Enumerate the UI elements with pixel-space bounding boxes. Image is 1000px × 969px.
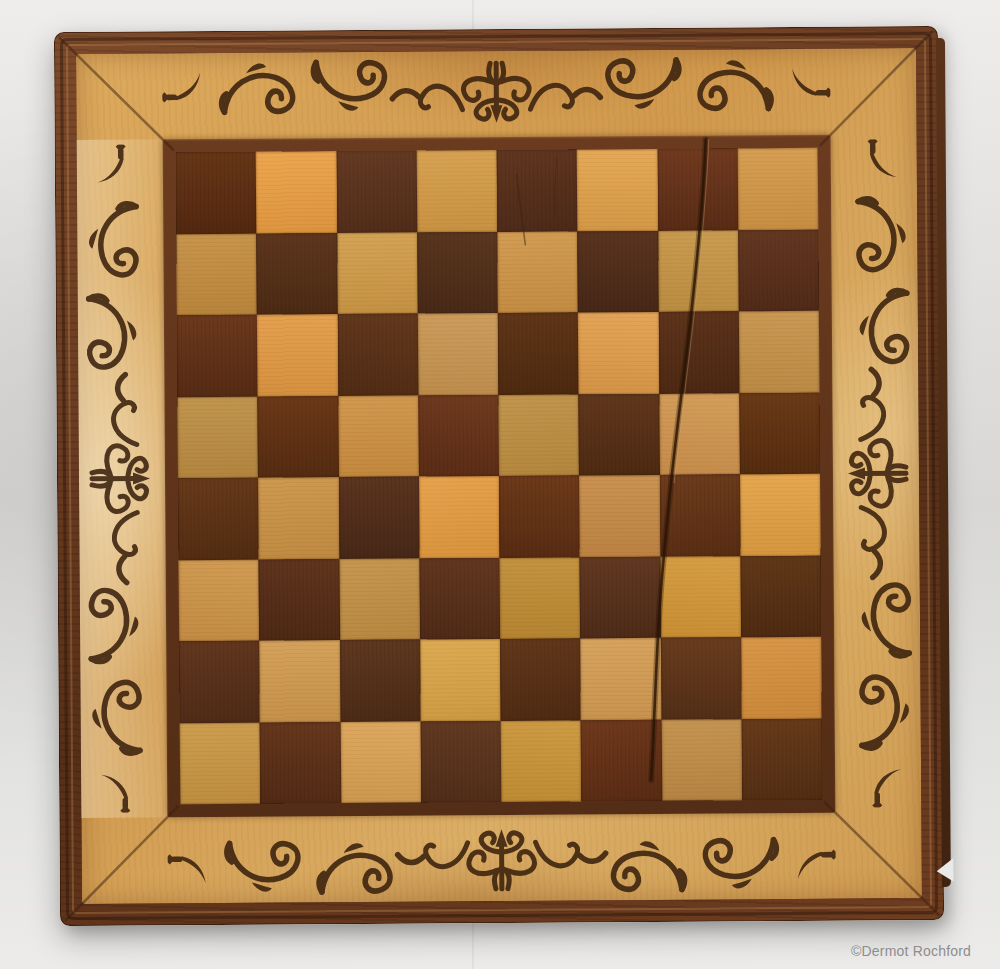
square-r5-c6 [579,475,660,557]
square-r4-c7 [659,393,740,475]
square-r5-c2 [258,477,339,559]
square-r4-c2 [258,396,339,478]
square-r8-c7 [661,719,742,801]
square-r7-c7 [661,637,742,719]
square-r6-c5 [500,557,581,639]
square-r3-c3 [337,314,418,396]
chess-board [54,26,944,926]
square-r2-c3 [337,232,418,314]
square-r3-c8 [739,311,820,393]
board-side-edge [936,38,951,887]
square-r2-c4 [417,232,498,314]
square-r1-c7 [657,148,738,230]
square-r3-c5 [498,312,579,394]
square-r4-c6 [579,393,660,475]
square-r4-c1 [177,396,258,478]
square-r6-c3 [339,558,420,640]
square-r8-c8 [741,718,822,800]
square-r6-c8 [740,555,821,637]
square-r5-c1 [178,478,259,560]
square-r5-c5 [499,475,580,557]
square-r6-c6 [580,556,661,638]
square-r1-c2 [256,151,337,233]
square-r7-c3 [340,640,421,722]
square-r7-c8 [741,637,822,719]
square-r4-c3 [338,395,419,477]
square-r5-c7 [659,474,740,556]
square-r2-c8 [738,229,819,311]
square-r4-c8 [739,392,820,474]
square-r8-c6 [581,719,662,801]
square-r8-c3 [340,721,421,803]
square-r7-c6 [580,638,661,720]
square-r8-c1 [180,722,261,804]
square-r5-c8 [740,474,821,556]
square-r2-c2 [257,233,338,315]
square-r3-c6 [578,312,659,394]
square-r2-c6 [578,230,659,312]
square-r8-c2 [260,722,341,804]
square-r2-c1 [176,233,257,315]
square-r1-c5 [497,149,578,231]
square-r6-c4 [419,557,500,639]
square-r1-c8 [737,148,818,230]
square-r4-c5 [498,394,579,476]
square-r1-c1 [176,152,257,234]
square-r5-c3 [339,477,420,559]
square-r6-c1 [179,559,260,641]
square-r1-c4 [416,150,497,232]
square-r3-c7 [658,311,739,393]
square-r8-c5 [501,720,582,802]
square-r6-c2 [259,559,340,641]
square-r3-c1 [177,315,258,397]
square-r6-c7 [660,556,741,638]
square-r8-c4 [420,720,501,802]
square-r4-c4 [418,395,499,477]
square-r1-c3 [336,151,417,233]
square-r7-c1 [179,641,260,723]
square-r1-c6 [577,149,658,231]
square-r7-c5 [500,638,581,720]
square-r3-c2 [257,314,338,396]
photo-backdrop: ©Dermot Rochford [0,0,1000,969]
square-r2-c7 [658,230,739,312]
watermark: ©Dermot Rochford [851,943,971,959]
square-r3-c4 [418,313,499,395]
square-r7-c2 [259,640,340,722]
playing-area [176,148,823,804]
square-r2-c5 [497,231,578,313]
square-r7-c4 [420,639,501,721]
square-r5-c4 [419,476,500,558]
